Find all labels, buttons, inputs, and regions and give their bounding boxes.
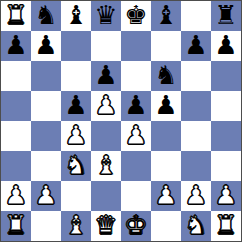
square-e2[interactable]: [121, 181, 151, 211]
square-g2[interactable]: ♟: [181, 181, 211, 211]
square-a3[interactable]: [1, 151, 31, 181]
square-f4[interactable]: [151, 121, 181, 151]
square-a8[interactable]: ♜: [1, 1, 31, 31]
square-d3[interactable]: ♝: [91, 151, 121, 181]
black-queen[interactable]: ♛: [94, 2, 117, 28]
black-king[interactable]: ♚: [124, 2, 147, 28]
square-f2[interactable]: ♟: [151, 181, 181, 211]
square-f1[interactable]: [151, 211, 181, 241]
black-pawn[interactable]: ♟: [214, 32, 237, 58]
square-f7[interactable]: [151, 31, 181, 61]
square-e3[interactable]: [121, 151, 151, 181]
square-b5[interactable]: [31, 91, 61, 121]
square-a5[interactable]: [1, 91, 31, 121]
square-g7[interactable]: ♟: [181, 31, 211, 61]
square-g1[interactable]: ♞: [181, 211, 211, 241]
square-d1[interactable]: ♛: [91, 211, 121, 241]
square-c3[interactable]: ♞: [61, 151, 91, 181]
black-pawn[interactable]: ♟: [64, 92, 87, 118]
square-a2[interactable]: ♟: [1, 181, 31, 211]
black-pawn[interactable]: ♟: [124, 92, 147, 118]
square-f6[interactable]: ♞: [151, 61, 181, 91]
square-c1[interactable]: ♝: [61, 211, 91, 241]
square-f3[interactable]: [151, 151, 181, 181]
white-pawn[interactable]: ♟: [124, 122, 147, 148]
square-h3[interactable]: [211, 151, 241, 181]
square-e5[interactable]: ♟: [121, 91, 151, 121]
square-h4[interactable]: [211, 121, 241, 151]
square-c8[interactable]: ♝: [61, 1, 91, 31]
square-h8[interactable]: ♜: [211, 1, 241, 31]
square-f5[interactable]: ♟: [151, 91, 181, 121]
black-rook[interactable]: ♜: [214, 2, 237, 28]
white-pawn[interactable]: ♟: [94, 92, 117, 118]
white-rook[interactable]: ♜: [4, 2, 27, 28]
square-e1[interactable]: ♚: [121, 211, 151, 241]
square-c4[interactable]: ♟: [61, 121, 91, 151]
square-h1[interactable]: ♜: [211, 211, 241, 241]
square-b4[interactable]: [31, 121, 61, 151]
square-a1[interactable]: ♜: [1, 211, 31, 241]
white-knight[interactable]: ♞: [64, 152, 87, 178]
square-f8[interactable]: ♝: [151, 1, 181, 31]
black-pawn[interactable]: ♟: [34, 32, 57, 58]
chess-board-wrap: ♜♞♝♛♚♝♜♟♟♟♟♟♞♟♟♟♟♟♟♞♝♟♟♟♟♟♜♝♛♚♞♜: [0, 0, 242, 242]
square-d5[interactable]: ♟: [91, 91, 121, 121]
square-e7[interactable]: [121, 31, 151, 61]
black-pawn[interactable]: ♟: [154, 92, 177, 118]
white-rook[interactable]: ♜: [4, 212, 27, 238]
square-b8[interactable]: ♞: [31, 1, 61, 31]
square-h6[interactable]: [211, 61, 241, 91]
chess-board: ♜♞♝♛♚♝♜♟♟♟♟♟♞♟♟♟♟♟♟♞♝♟♟♟♟♟♜♝♛♚♞♜: [0, 0, 242, 242]
square-b7[interactable]: ♟: [31, 31, 61, 61]
white-bishop[interactable]: ♝: [94, 152, 117, 178]
square-c7[interactable]: [61, 31, 91, 61]
white-rook[interactable]: ♜: [214, 212, 237, 238]
white-queen[interactable]: ♛: [94, 212, 117, 238]
square-c6[interactable]: [61, 61, 91, 91]
white-pawn[interactable]: ♟: [34, 182, 57, 208]
square-g5[interactable]: [181, 91, 211, 121]
square-g6[interactable]: [181, 61, 211, 91]
square-e8[interactable]: ♚: [121, 1, 151, 31]
square-b3[interactable]: [31, 151, 61, 181]
black-pawn[interactable]: ♟: [184, 32, 207, 58]
square-g8[interactable]: [181, 1, 211, 31]
black-bishop[interactable]: ♝: [64, 2, 87, 28]
black-bishop[interactable]: ♝: [154, 2, 177, 28]
black-knight[interactable]: ♞: [34, 2, 57, 28]
white-bishop[interactable]: ♝: [64, 212, 87, 238]
square-d4[interactable]: [91, 121, 121, 151]
white-knight[interactable]: ♞: [184, 212, 207, 238]
square-d7[interactable]: [91, 31, 121, 61]
square-a6[interactable]: [1, 61, 31, 91]
white-pawn[interactable]: ♟: [64, 122, 87, 148]
square-a7[interactable]: ♟: [1, 31, 31, 61]
white-king[interactable]: ♚: [124, 212, 147, 238]
square-b2[interactable]: ♟: [31, 181, 61, 211]
white-pawn[interactable]: ♟: [154, 182, 177, 208]
square-d8[interactable]: ♛: [91, 1, 121, 31]
square-b6[interactable]: [31, 61, 61, 91]
square-g4[interactable]: [181, 121, 211, 151]
white-pawn[interactable]: ♟: [214, 182, 237, 208]
black-knight[interactable]: ♞: [154, 62, 177, 88]
black-pawn[interactable]: ♟: [94, 62, 117, 88]
square-e6[interactable]: [121, 61, 151, 91]
white-pawn[interactable]: ♟: [184, 182, 207, 208]
square-h5[interactable]: [211, 91, 241, 121]
square-d6[interactable]: ♟: [91, 61, 121, 91]
square-h7[interactable]: ♟: [211, 31, 241, 61]
square-e4[interactable]: ♟: [121, 121, 151, 151]
square-d2[interactable]: [91, 181, 121, 211]
square-c2[interactable]: [61, 181, 91, 211]
white-pawn[interactable]: ♟: [4, 182, 27, 208]
square-c5[interactable]: ♟: [61, 91, 91, 121]
square-b1[interactable]: [31, 211, 61, 241]
square-a4[interactable]: [1, 121, 31, 151]
square-g3[interactable]: [181, 151, 211, 181]
square-h2[interactable]: ♟: [211, 181, 241, 211]
black-pawn[interactable]: ♟: [4, 32, 27, 58]
